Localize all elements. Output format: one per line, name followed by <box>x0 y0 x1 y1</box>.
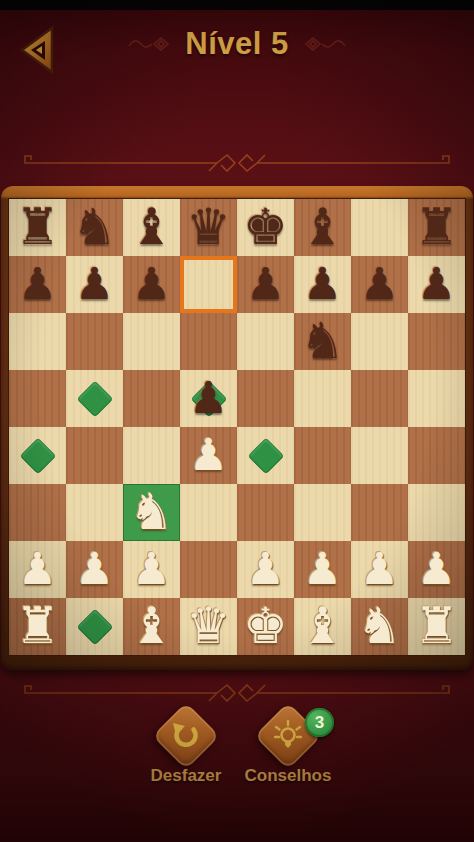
piece-white-pawn-b2[interactable]: ♟ <box>66 541 123 598</box>
piece-black-rook-h8[interactable]: ♜ <box>408 199 465 256</box>
square-e1[interactable]: ♚ <box>237 598 294 655</box>
status-bar <box>0 0 474 10</box>
square-a6[interactable] <box>9 313 66 370</box>
piece-white-rook-a1[interactable]: ♜ <box>9 598 66 655</box>
piece-white-pawn-d4[interactable]: ♟ <box>180 427 237 484</box>
square-f6[interactable]: ♞ <box>294 313 351 370</box>
undo-icon <box>168 718 204 754</box>
square-d6[interactable] <box>180 313 237 370</box>
square-c8[interactable]: ♝ <box>123 199 180 256</box>
header: Nível 5 <box>0 26 474 62</box>
square-a8[interactable]: ♜ <box>9 199 66 256</box>
square-e4[interactable] <box>237 427 294 484</box>
square-g1[interactable]: ♞ <box>351 598 408 655</box>
square-b3[interactable] <box>66 484 123 541</box>
piece-black-pawn-c7[interactable]: ♟ <box>123 256 180 313</box>
square-h5[interactable] <box>408 370 465 427</box>
square-f4[interactable] <box>294 427 351 484</box>
square-g6[interactable] <box>351 313 408 370</box>
hints-button[interactable]: 3 Conselhos <box>237 704 339 804</box>
piece-black-king-e8[interactable]: ♚ <box>237 199 294 256</box>
piece-black-pawn-e7[interactable]: ♟ <box>237 256 294 313</box>
square-g3[interactable] <box>351 484 408 541</box>
square-f1[interactable]: ♝ <box>294 598 351 655</box>
square-b1[interactable] <box>66 598 123 655</box>
page-title: Nível 5 <box>185 26 288 62</box>
square-f7[interactable]: ♟ <box>294 256 351 313</box>
square-h3[interactable] <box>408 484 465 541</box>
square-d4[interactable]: ♟ <box>180 427 237 484</box>
divider-ornament-top <box>12 152 462 174</box>
piece-black-knight-f6[interactable]: ♞ <box>294 313 351 370</box>
square-b6[interactable] <box>66 313 123 370</box>
square-g5[interactable] <box>351 370 408 427</box>
square-a7[interactable]: ♟ <box>9 256 66 313</box>
square-c3[interactable]: ♞ <box>123 484 180 541</box>
square-b4[interactable] <box>66 427 123 484</box>
divider-ornament-bottom <box>12 682 462 704</box>
square-c4[interactable] <box>123 427 180 484</box>
square-g7[interactable]: ♟ <box>351 256 408 313</box>
square-e7[interactable]: ♟ <box>237 256 294 313</box>
piece-white-pawn-g2[interactable]: ♟ <box>351 541 408 598</box>
square-f8[interactable]: ♝ <box>294 199 351 256</box>
square-e3[interactable] <box>237 484 294 541</box>
piece-black-queen-d8[interactable]: ♛ <box>180 199 237 256</box>
square-f5[interactable] <box>294 370 351 427</box>
piece-white-king-e1[interactable]: ♚ <box>237 598 294 655</box>
piece-black-pawn-f7[interactable]: ♟ <box>294 256 351 313</box>
square-h2[interactable]: ♟ <box>408 541 465 598</box>
square-c7[interactable]: ♟ <box>123 256 180 313</box>
square-b5[interactable] <box>66 370 123 427</box>
piece-white-pawn-h2[interactable]: ♟ <box>408 541 465 598</box>
square-c6[interactable] <box>123 313 180 370</box>
square-c5[interactable] <box>123 370 180 427</box>
piece-white-bishop-c1[interactable]: ♝ <box>123 598 180 655</box>
square-a4[interactable] <box>9 427 66 484</box>
undo-label: Desfazer <box>135 766 237 786</box>
piece-black-pawn-b7[interactable]: ♟ <box>66 256 123 313</box>
square-g4[interactable] <box>351 427 408 484</box>
square-c1[interactable]: ♝ <box>123 598 180 655</box>
footer-actions: Desfazer 3 Conselhos <box>0 704 474 804</box>
square-c2[interactable]: ♟ <box>123 541 180 598</box>
square-d8[interactable]: ♛ <box>180 199 237 256</box>
piece-white-pawn-e2[interactable]: ♟ <box>237 541 294 598</box>
hints-label: Conselhos <box>237 766 339 786</box>
piece-white-knight-c3[interactable]: ♞ <box>123 484 180 541</box>
piece-white-pawn-a2[interactable]: ♟ <box>9 541 66 598</box>
piece-white-pawn-c2[interactable]: ♟ <box>123 541 180 598</box>
square-e6[interactable] <box>237 313 294 370</box>
piece-black-rook-a8[interactable]: ♜ <box>9 199 66 256</box>
piece-black-bishop-f8[interactable]: ♝ <box>294 199 351 256</box>
lightbulb-icon <box>270 718 306 754</box>
square-a3[interactable] <box>9 484 66 541</box>
hints-badge: 3 <box>305 708 334 737</box>
piece-black-pawn-a7[interactable]: ♟ <box>9 256 66 313</box>
hint-marker-a4[interactable] <box>19 437 56 474</box>
hint-marker-b5[interactable] <box>76 380 113 417</box>
piece-black-pawn-d5[interactable]: ♟ <box>180 370 237 427</box>
undo-button[interactable]: Desfazer <box>135 704 237 804</box>
square-b8[interactable]: ♞ <box>66 199 123 256</box>
hint-marker-b1[interactable] <box>76 608 113 645</box>
piece-white-pawn-f2[interactable]: ♟ <box>294 541 351 598</box>
square-h8[interactable]: ♜ <box>408 199 465 256</box>
flourish-right-icon <box>301 34 347 54</box>
square-f2[interactable]: ♟ <box>294 541 351 598</box>
chess-board[interactable]: ♜♞♝♛♚♝♜♟♟♟♟♟♟♟♞♟♟♞♟♟♟♟♟♟♟♜♝♛♚♝♞♜ <box>9 199 465 655</box>
square-b7[interactable]: ♟ <box>66 256 123 313</box>
piece-black-knight-b8[interactable]: ♞ <box>66 199 123 256</box>
square-h1[interactable]: ♜ <box>408 598 465 655</box>
square-e5[interactable] <box>237 370 294 427</box>
square-f3[interactable] <box>294 484 351 541</box>
square-d1[interactable]: ♛ <box>180 598 237 655</box>
piece-black-pawn-g7[interactable]: ♟ <box>351 256 408 313</box>
hint-marker-e4[interactable] <box>247 437 284 474</box>
piece-white-bishop-f1[interactable]: ♝ <box>294 598 351 655</box>
square-a2[interactable]: ♟ <box>9 541 66 598</box>
chess-board-frame: ♜♞♝♛♚♝♜♟♟♟♟♟♟♟♞♟♟♞♟♟♟♟♟♟♟♜♝♛♚♝♞♜ <box>1 186 473 670</box>
square-d3[interactable] <box>180 484 237 541</box>
piece-white-rook-h1[interactable]: ♜ <box>408 598 465 655</box>
square-a5[interactable] <box>9 370 66 427</box>
piece-black-pawn-h7[interactable]: ♟ <box>408 256 465 313</box>
square-g2[interactable]: ♟ <box>351 541 408 598</box>
square-h4[interactable] <box>408 427 465 484</box>
square-h7[interactable]: ♟ <box>408 256 465 313</box>
square-b2[interactable]: ♟ <box>66 541 123 598</box>
piece-black-bishop-c8[interactable]: ♝ <box>123 199 180 256</box>
square-h6[interactable] <box>408 313 465 370</box>
square-d5[interactable]: ♟ <box>180 370 237 427</box>
square-g8[interactable] <box>351 199 408 256</box>
flourish-left-icon <box>127 34 173 54</box>
square-d2[interactable] <box>180 541 237 598</box>
square-a1[interactable]: ♜ <box>9 598 66 655</box>
square-e8[interactable]: ♚ <box>237 199 294 256</box>
piece-white-queen-d1[interactable]: ♛ <box>180 598 237 655</box>
piece-white-knight-g1[interactable]: ♞ <box>351 598 408 655</box>
square-e2[interactable]: ♟ <box>237 541 294 598</box>
square-d7[interactable] <box>180 256 237 313</box>
